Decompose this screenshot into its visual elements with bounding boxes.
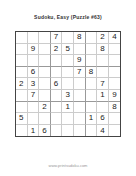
cell-r9c4 [51,125,63,137]
cell-r4c9 [109,67,121,79]
cell-r4c8 [97,67,109,79]
cell-r2c1 [16,44,28,56]
cell-r3c6: 9 [74,55,86,67]
cell-r6c6 [74,90,86,102]
cell-r8c3 [39,113,51,125]
cell-r2c3 [39,44,51,56]
cell-r3c8 [97,55,109,67]
cell-r1c7 [86,32,98,44]
cell-r2c7 [86,44,98,56]
cell-r7c7 [86,102,98,114]
cell-r7c4 [51,102,63,114]
cell-r5c9 [109,78,121,90]
cell-r7c9: 8 [109,102,121,114]
cell-r3c5 [62,55,74,67]
cell-r4c7: 8 [86,67,98,79]
cell-r5c5 [62,78,74,90]
cell-r1c3 [39,32,51,44]
cell-r1c9: 4 [109,32,121,44]
cell-r2c2: 9 [28,44,40,56]
cell-r5c1: 2 [16,78,28,90]
cell-r1c5 [62,32,74,44]
cell-r9c9 [109,125,121,137]
cell-r3c1 [16,55,28,67]
cell-r6c2: 7 [28,90,40,102]
cell-r2c9 [109,44,121,56]
cell-r7c2 [28,102,40,114]
cell-r8c2 [28,113,40,125]
cell-r2c5: 5 [62,44,74,56]
cell-r5c3 [39,78,51,90]
cell-r3c9 [109,55,121,67]
cell-r8c7: 1 [86,113,98,125]
cell-r9c6 [74,125,86,137]
cell-r9c3: 6 [39,125,51,137]
cell-r4c5 [62,67,74,79]
cell-r8c1: 5 [16,113,28,125]
cell-r3c2 [28,55,40,67]
cell-r6c5: 3 [62,90,74,102]
cell-r6c8: 1 [97,90,109,102]
cell-r1c4: 7 [51,32,63,44]
puzzle-title: Sudoku, Easy (Puzzle #63) [0,14,136,20]
cell-r4c6: 7 [74,67,86,79]
footer-url: www.printsudoku.com [0,163,136,168]
cell-r3c7 [86,55,98,67]
cell-r8c6 [74,113,86,125]
cell-r4c1 [16,67,28,79]
cell-r6c1 [16,90,28,102]
cell-r9c2: 1 [28,125,40,137]
cell-r2c6 [74,44,86,56]
cell-r8c5 [62,113,74,125]
cell-r4c3 [39,67,51,79]
cell-r5c8: 7 [97,78,109,90]
cell-r5c4: 6 [51,78,63,90]
cell-r6c3 [39,90,51,102]
cell-r5c2: 3 [28,78,40,90]
cell-r1c6: 8 [74,32,86,44]
cell-r7c6 [74,102,86,114]
cell-r8c8: 6 [97,113,109,125]
cell-r2c8: 8 [97,44,109,56]
cell-r3c3 [39,55,51,67]
cell-r5c6 [74,78,86,90]
cell-r1c1 [16,32,28,44]
cell-r9c8: 4 [97,125,109,137]
cell-r5c7 [86,78,98,90]
sudoku-sheet: Sudoku, Easy (Puzzle #63) 78249258967823… [0,0,136,176]
sudoku-grid: 78249258967823677319218516164 [15,31,121,137]
cell-r6c4 [51,90,63,102]
cell-r7c8 [97,102,109,114]
cell-r8c4 [51,113,63,125]
cell-r6c9: 9 [109,90,121,102]
cell-r7c1 [16,102,28,114]
cell-r9c7 [86,125,98,137]
cell-r6c7 [86,90,98,102]
cell-r1c8: 2 [97,32,109,44]
cell-r2c4: 2 [51,44,63,56]
cell-r1c2 [28,32,40,44]
cell-r7c3: 2 [39,102,51,114]
cell-r9c1 [16,125,28,137]
cell-r9c5 [62,125,74,137]
cell-r3c4 [51,55,63,67]
cell-r8c9 [109,113,121,125]
cell-r7c5: 1 [62,102,74,114]
cell-r4c4 [51,67,63,79]
cell-r4c2: 6 [28,67,40,79]
